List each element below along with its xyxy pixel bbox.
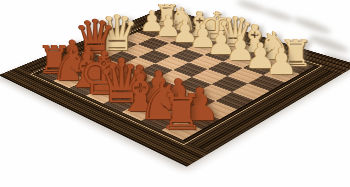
white-pawn-a2[interactable]: ♟ (265, 44, 298, 81)
chess-set-photo: ♜♞♝♛♚♝♞♜♟♟♟♟♟♟♟♟♟♟♟♟♟♟♟♟♜♞♝♛♚♝♞♜♛♛ (0, 0, 350, 187)
black-rook-a8[interactable]: ♜ (159, 88, 204, 138)
